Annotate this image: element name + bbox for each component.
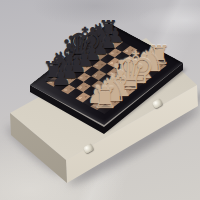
photo-scene: ♜♞♝♛♚♝♞♜♟♟♟♟♟♟♟♟♟♟♟♟♟♟♟♟♜♞♝♛♚♝♞♜ [0,0,200,200]
